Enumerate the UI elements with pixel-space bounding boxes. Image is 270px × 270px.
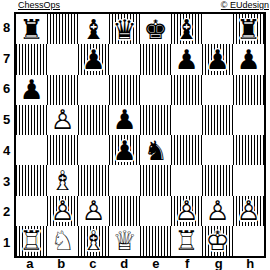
- piece-black-king: ♚: [140, 14, 171, 44]
- square-h8[interactable]: ♜: [233, 14, 264, 44]
- square-f7[interactable]: ♟: [171, 44, 202, 74]
- piece-black-rook: ♜: [16, 14, 47, 44]
- rank-label-2: 2: [0, 197, 13, 228]
- square-b5[interactable]: ♟♙: [47, 105, 78, 135]
- piece-outline-layer: ♙: [78, 196, 109, 226]
- piece-outline-layer: ♘: [47, 226, 78, 256]
- piece-black-pawn: ♟: [16, 75, 47, 105]
- square-d4[interactable]: ♟: [109, 135, 140, 165]
- piece-glyph: ♟: [78, 44, 109, 74]
- square-e2[interactable]: [140, 196, 171, 226]
- square-f5[interactable]: [171, 105, 202, 135]
- square-e5[interactable]: [140, 105, 171, 135]
- square-b2[interactable]: ♟♙: [47, 196, 78, 226]
- square-c4[interactable]: [78, 135, 109, 165]
- square-a8[interactable]: ♜: [16, 14, 47, 44]
- piece-glyph: ♚: [140, 14, 171, 44]
- piece-outline-layer: ♕: [109, 226, 140, 256]
- square-g7[interactable]: ♟: [202, 44, 233, 74]
- square-g6[interactable]: [202, 75, 233, 105]
- square-d5[interactable]: ♟: [109, 105, 140, 135]
- piece-black-pawn: ♟: [202, 44, 233, 74]
- square-b6[interactable]: [47, 75, 78, 105]
- piece-outline-layer: ♔: [202, 226, 233, 256]
- square-c3[interactable]: [78, 165, 109, 195]
- piece-outline-layer: ♖: [16, 226, 47, 256]
- piece-white-pawn: ♟♙: [202, 196, 233, 226]
- piece-glyph: ♟: [109, 105, 140, 135]
- square-e8[interactable]: ♚: [140, 14, 171, 44]
- piece-outline-layer: ♙: [202, 196, 233, 226]
- square-b7[interactable]: [47, 44, 78, 74]
- piece-outline-layer: ♖: [171, 226, 202, 256]
- square-d7[interactable]: [109, 44, 140, 74]
- piece-black-rook: ♜: [233, 14, 264, 44]
- square-a3[interactable]: [16, 165, 47, 195]
- file-label-h: h: [235, 256, 267, 270]
- square-b8[interactable]: [47, 14, 78, 44]
- piece-white-bishop: ♝♗: [78, 226, 109, 256]
- square-a7[interactable]: [16, 44, 47, 74]
- rank-label-4: 4: [0, 135, 13, 166]
- piece-black-bishop: ♝: [78, 14, 109, 44]
- square-e3[interactable]: [140, 165, 171, 195]
- chess-diagram: ChessOps © EUdesign 87654321 ♜♝♛♚♝♜♟♟♟♟♟…: [0, 0, 270, 270]
- square-f1[interactable]: ♜♖: [171, 226, 202, 256]
- piece-white-queen: ♛♕: [109, 226, 140, 256]
- rank-label-8: 8: [0, 12, 13, 43]
- piece-black-queen: ♛: [109, 14, 140, 44]
- file-label-d: d: [109, 256, 141, 270]
- piece-glyph: ♟: [202, 44, 233, 74]
- piece-outline-layer: ♙: [171, 196, 202, 226]
- piece-glyph: ♜: [16, 14, 47, 44]
- piece-white-pawn: ♟♙: [47, 105, 78, 135]
- app-title: ChessOps: [18, 0, 60, 11]
- piece-glyph: ♟: [233, 44, 264, 74]
- square-e7[interactable]: [140, 44, 171, 74]
- square-g1[interactable]: ♚♔: [202, 226, 233, 256]
- square-e6[interactable]: [140, 75, 171, 105]
- rank-label-3: 3: [0, 166, 13, 197]
- square-c5[interactable]: [78, 105, 109, 135]
- piece-black-pawn: ♟: [233, 44, 264, 74]
- square-f8[interactable]: ♝: [171, 14, 202, 44]
- square-f2[interactable]: ♟♙: [171, 196, 202, 226]
- piece-outline-layer: ♙: [47, 105, 78, 135]
- square-h5[interactable]: [233, 105, 264, 135]
- file-label-a: a: [14, 256, 46, 270]
- rank-label-7: 7: [0, 43, 13, 74]
- square-g5[interactable]: [202, 105, 233, 135]
- square-b4[interactable]: [47, 135, 78, 165]
- square-f3[interactable]: [171, 165, 202, 195]
- square-g4[interactable]: [202, 135, 233, 165]
- square-a2[interactable]: [16, 196, 47, 226]
- square-d1[interactable]: ♛♕: [109, 226, 140, 256]
- piece-white-pawn: ♟♙: [233, 196, 264, 226]
- square-g8[interactable]: [202, 14, 233, 44]
- square-h7[interactable]: ♟: [233, 44, 264, 74]
- square-h2[interactable]: ♟♙: [233, 196, 264, 226]
- piece-glyph: ♝: [171, 14, 202, 44]
- file-label-b: b: [46, 256, 78, 270]
- square-c6[interactable]: [78, 75, 109, 105]
- piece-glyph: ♜: [233, 14, 264, 44]
- piece-black-pawn: ♟: [109, 135, 140, 165]
- piece-black-pawn: ♟: [171, 44, 202, 74]
- piece-glyph: ♟: [109, 135, 140, 165]
- file-label-c: c: [77, 256, 109, 270]
- rank-label-6: 6: [0, 74, 13, 105]
- file-label-e: e: [140, 256, 172, 270]
- square-a4[interactable]: [16, 135, 47, 165]
- square-g2[interactable]: ♟♙: [202, 196, 233, 226]
- file-label-g: g: [203, 256, 235, 270]
- square-c8[interactable]: ♝: [78, 14, 109, 44]
- piece-white-rook: ♜♖: [16, 226, 47, 256]
- square-b1[interactable]: ♞♘: [47, 226, 78, 256]
- square-d2[interactable]: [109, 196, 140, 226]
- piece-white-rook: ♜♖: [171, 226, 202, 256]
- square-h1[interactable]: [233, 226, 264, 256]
- piece-outline-layer: ♗: [78, 226, 109, 256]
- file-labels: abcdefgh: [14, 256, 266, 270]
- square-b3[interactable]: ♝♗: [47, 165, 78, 195]
- square-h4[interactable]: [233, 135, 264, 165]
- piece-glyph: ♝: [78, 14, 109, 44]
- piece-black-pawn: ♟: [109, 105, 140, 135]
- piece-outline-layer: ♗: [47, 165, 78, 195]
- piece-glyph: ♛: [109, 14, 140, 44]
- square-a5[interactable]: [16, 105, 47, 135]
- rank-label-5: 5: [0, 104, 13, 135]
- rank-labels: 87654321: [0, 12, 13, 258]
- square-e4[interactable]: ♞: [140, 135, 171, 165]
- square-a6[interactable]: ♟: [16, 75, 47, 105]
- square-g3[interactable]: [202, 165, 233, 195]
- piece-glyph: ♞: [140, 135, 171, 165]
- piece-glyph: ♟: [16, 75, 47, 105]
- square-d8[interactable]: ♛: [109, 14, 140, 44]
- square-h6[interactable]: [233, 75, 264, 105]
- square-a1[interactable]: ♜♖: [16, 226, 47, 256]
- square-c7[interactable]: ♟: [78, 44, 109, 74]
- square-c2[interactable]: ♟♙: [78, 196, 109, 226]
- piece-white-pawn: ♟♙: [47, 196, 78, 226]
- square-c1[interactable]: ♝♗: [78, 226, 109, 256]
- square-e1[interactable]: [140, 226, 171, 256]
- square-d6[interactable]: [109, 75, 140, 105]
- piece-white-pawn: ♟♙: [171, 196, 202, 226]
- piece-black-knight: ♞: [140, 135, 171, 165]
- piece-black-bishop: ♝: [171, 14, 202, 44]
- square-f6[interactable]: [171, 75, 202, 105]
- piece-glyph: ♟: [171, 44, 202, 74]
- piece-white-pawn: ♟♙: [78, 196, 109, 226]
- piece-white-knight: ♞♘: [47, 226, 78, 256]
- piece-outline-layer: ♙: [233, 196, 264, 226]
- piece-white-king: ♚♔: [202, 226, 233, 256]
- file-label-f: f: [172, 256, 204, 270]
- square-f4[interactable]: [171, 135, 202, 165]
- piece-black-pawn: ♟: [78, 44, 109, 74]
- copyright-text: © EUdesign: [221, 0, 269, 11]
- piece-white-bishop: ♝♗: [47, 165, 78, 195]
- square-h3[interactable]: [233, 165, 264, 195]
- piece-outline-layer: ♙: [47, 196, 78, 226]
- chess-board: ♜♝♛♚♝♜♟♟♟♟♟♟♙♟♟♞♝♗♟♙♟♙♟♙♟♙♟♙♜♖♞♘♝♗♛♕♜♖♚♔: [14, 12, 266, 258]
- rank-label-1: 1: [0, 227, 13, 258]
- square-d3[interactable]: [109, 165, 140, 195]
